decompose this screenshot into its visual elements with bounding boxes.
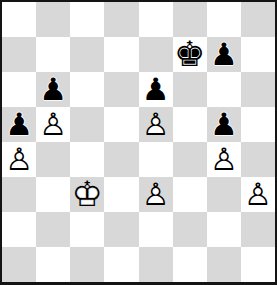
white-pawn-fill: ♟ <box>139 177 173 212</box>
square-f6[interactable] <box>173 72 207 107</box>
square-g8[interactable] <box>207 2 241 37</box>
square-h7[interactable] <box>241 37 275 72</box>
square-b4[interactable] <box>36 142 70 177</box>
square-b5[interactable]: ♟♙ <box>36 107 70 142</box>
square-d1[interactable] <box>104 247 138 282</box>
square-a2[interactable] <box>2 212 36 247</box>
square-g1[interactable] <box>207 247 241 282</box>
square-e1[interactable] <box>139 247 173 282</box>
square-c7[interactable] <box>70 37 104 72</box>
piece-black-pawn-b6: ♟ <box>36 72 70 107</box>
square-d2[interactable] <box>104 212 138 247</box>
piece-black-pawn-e6: ♟ <box>139 72 173 107</box>
white-pawn-fill: ♟ <box>207 142 241 177</box>
square-d5[interactable] <box>104 107 138 142</box>
square-c5[interactable] <box>70 107 104 142</box>
square-d6[interactable] <box>104 72 138 107</box>
square-f5[interactable] <box>173 107 207 142</box>
square-c1[interactable] <box>70 247 104 282</box>
square-b1[interactable] <box>36 247 70 282</box>
square-d4[interactable] <box>104 142 138 177</box>
square-f8[interactable] <box>173 2 207 37</box>
piece-white-pawn-e5: ♙ <box>139 107 173 142</box>
square-e4[interactable] <box>139 142 173 177</box>
white-pawn-fill: ♟ <box>241 177 275 212</box>
piece-black-pawn-g5: ♟ <box>207 107 241 142</box>
square-e3[interactable]: ♟♙ <box>139 177 173 212</box>
square-g7[interactable]: ♟ <box>207 37 241 72</box>
piece-black-king-f7: ♚ <box>173 37 207 72</box>
square-h1[interactable] <box>241 247 275 282</box>
square-h3[interactable]: ♟♙ <box>241 177 275 212</box>
square-g5[interactable]: ♟ <box>207 107 241 142</box>
square-g3[interactable] <box>207 177 241 212</box>
square-h6[interactable] <box>241 72 275 107</box>
square-e7[interactable] <box>139 37 173 72</box>
square-e6[interactable]: ♟ <box>139 72 173 107</box>
chess-board: ♚♟♟♟♟♟♙♟♙♟♟♙♟♙♚♔♟♙♟♙ <box>2 2 275 282</box>
square-h4[interactable] <box>241 142 275 177</box>
piece-white-pawn-e3: ♙ <box>139 177 173 212</box>
square-f4[interactable] <box>173 142 207 177</box>
square-a5[interactable]: ♟ <box>2 107 36 142</box>
square-d7[interactable] <box>104 37 138 72</box>
square-a3[interactable] <box>2 177 36 212</box>
square-h2[interactable] <box>241 212 275 247</box>
piece-white-pawn-b5: ♙ <box>36 107 70 142</box>
square-c2[interactable] <box>70 212 104 247</box>
square-g6[interactable] <box>207 72 241 107</box>
white-pawn-fill: ♟ <box>36 107 70 142</box>
square-e8[interactable] <box>139 2 173 37</box>
square-f1[interactable] <box>173 247 207 282</box>
square-a1[interactable] <box>2 247 36 282</box>
square-d3[interactable] <box>104 177 138 212</box>
chess-board-frame: ♚♟♟♟♟♟♙♟♙♟♟♙♟♙♚♔♟♙♟♙ <box>0 0 277 285</box>
square-a7[interactable] <box>2 37 36 72</box>
piece-white-king-c3: ♔ <box>70 177 104 212</box>
square-f2[interactable] <box>173 212 207 247</box>
square-c3[interactable]: ♚♔ <box>70 177 104 212</box>
square-g2[interactable] <box>207 212 241 247</box>
square-a4[interactable]: ♟♙ <box>2 142 36 177</box>
square-c8[interactable] <box>70 2 104 37</box>
square-b6[interactable]: ♟ <box>36 72 70 107</box>
square-e2[interactable] <box>139 212 173 247</box>
white-pawn-fill: ♟ <box>2 142 36 177</box>
piece-white-pawn-h3: ♙ <box>241 177 275 212</box>
piece-black-pawn-g7: ♟ <box>207 37 241 72</box>
square-b2[interactable] <box>36 212 70 247</box>
square-e5[interactable]: ♟♙ <box>139 107 173 142</box>
piece-black-pawn-a5: ♟ <box>2 107 36 142</box>
piece-white-pawn-g4: ♙ <box>207 142 241 177</box>
square-h8[interactable] <box>241 2 275 37</box>
square-a6[interactable] <box>2 72 36 107</box>
square-c6[interactable] <box>70 72 104 107</box>
white-king-fill: ♚ <box>70 177 104 212</box>
square-h5[interactable] <box>241 107 275 142</box>
square-d8[interactable] <box>104 2 138 37</box>
square-b3[interactable] <box>36 177 70 212</box>
square-b7[interactable] <box>36 37 70 72</box>
square-f3[interactable] <box>173 177 207 212</box>
white-pawn-fill: ♟ <box>139 107 173 142</box>
square-a8[interactable] <box>2 2 36 37</box>
square-b8[interactable] <box>36 2 70 37</box>
square-c4[interactable] <box>70 142 104 177</box>
square-f7[interactable]: ♚ <box>173 37 207 72</box>
square-g4[interactable]: ♟♙ <box>207 142 241 177</box>
piece-white-pawn-a4: ♙ <box>2 142 36 177</box>
